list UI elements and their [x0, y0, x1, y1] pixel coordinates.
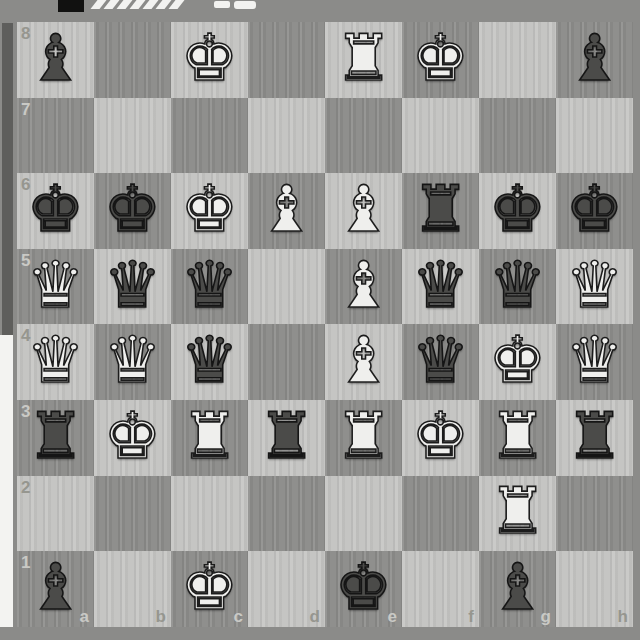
- square-g3[interactable]: ♜: [479, 400, 556, 476]
- square-d5[interactable]: [248, 249, 325, 325]
- square-f3[interactable]: ♚: [402, 400, 479, 476]
- square-a7[interactable]: 7: [17, 98, 94, 174]
- square-c3[interactable]: ♜: [171, 400, 248, 476]
- piece-white-queen[interactable]: ♛: [104, 328, 161, 392]
- square-c4[interactable]: ♛: [171, 324, 248, 400]
- square-f5[interactable]: ♛: [402, 249, 479, 325]
- square-g6[interactable]: ♚: [479, 173, 556, 249]
- square-d4[interactable]: [248, 324, 325, 400]
- piece-black-queen[interactable]: ♛: [181, 328, 238, 392]
- square-e3[interactable]: ♜: [325, 400, 402, 476]
- chess-app-screenshot: 8♝♚♜♚♝76♚♚♚♝♝♜♚♚5♛♛♛♝♛♛♛4♛♛♛♝♛♚♛3♜♚♜♜♜♚♜…: [0, 0, 640, 640]
- square-a3[interactable]: 3♜: [17, 400, 94, 476]
- piece-white-king[interactable]: ♚: [412, 26, 469, 90]
- square-b1[interactable]: b: [94, 551, 171, 627]
- cropped-toolbar-dash: [234, 1, 256, 9]
- square-f6[interactable]: ♜: [402, 173, 479, 249]
- piece-white-rook[interactable]: ♜: [335, 404, 392, 468]
- piece-black-rook[interactable]: ♜: [27, 404, 84, 468]
- square-b6[interactable]: ♚: [94, 173, 171, 249]
- piece-white-king[interactable]: ♚: [181, 26, 238, 90]
- piece-white-rook[interactable]: ♜: [335, 26, 392, 90]
- square-f1[interactable]: f: [402, 551, 479, 627]
- piece-white-queen[interactable]: ♛: [566, 253, 623, 317]
- rank-label: 2: [21, 479, 30, 496]
- piece-black-bishop[interactable]: ♝: [27, 26, 84, 90]
- piece-white-king[interactable]: ♚: [104, 404, 161, 468]
- piece-black-king[interactable]: ♚: [335, 555, 392, 619]
- piece-white-queen[interactable]: ♛: [27, 253, 84, 317]
- file-label: f: [468, 608, 474, 625]
- piece-black-bishop[interactable]: ♝: [489, 555, 546, 619]
- square-a6[interactable]: 6♚: [17, 173, 94, 249]
- square-f2[interactable]: [402, 476, 479, 552]
- cropped-toolbar-block: [58, 0, 84, 12]
- square-g8[interactable]: [479, 22, 556, 98]
- square-h7[interactable]: [556, 98, 633, 174]
- square-e1[interactable]: e♚: [325, 551, 402, 627]
- piece-white-queen[interactable]: ♛: [27, 328, 84, 392]
- file-label: b: [156, 608, 166, 625]
- piece-black-king[interactable]: ♚: [27, 177, 84, 241]
- square-d2[interactable]: [248, 476, 325, 552]
- square-c7[interactable]: [171, 98, 248, 174]
- square-e5[interactable]: ♝: [325, 249, 402, 325]
- square-h2[interactable]: [556, 476, 633, 552]
- square-c5[interactable]: ♛: [171, 249, 248, 325]
- piece-black-queen[interactable]: ♛: [489, 253, 546, 317]
- piece-white-bishop[interactable]: ♝: [258, 177, 315, 241]
- square-h8[interactable]: ♝: [556, 22, 633, 98]
- piece-black-rook[interactable]: ♜: [258, 404, 315, 468]
- piece-white-king[interactable]: ♚: [181, 177, 238, 241]
- square-a5[interactable]: 5♛: [17, 249, 94, 325]
- square-b7[interactable]: [94, 98, 171, 174]
- square-d6[interactable]: ♝: [248, 173, 325, 249]
- square-f4[interactable]: ♛: [402, 324, 479, 400]
- square-a1[interactable]: 1a♝: [17, 551, 94, 627]
- piece-black-rook[interactable]: ♜: [412, 177, 469, 241]
- square-d7[interactable]: [248, 98, 325, 174]
- cropped-toolbar-stripes: [94, 0, 194, 9]
- square-d8[interactable]: [248, 22, 325, 98]
- square-c1[interactable]: c♚: [171, 551, 248, 627]
- square-f8[interactable]: ♚: [402, 22, 479, 98]
- piece-white-king[interactable]: ♚: [489, 328, 546, 392]
- piece-white-king[interactable]: ♚: [412, 404, 469, 468]
- square-b3[interactable]: ♚: [94, 400, 171, 476]
- piece-white-king[interactable]: ♚: [181, 555, 238, 619]
- left-edge-white-strip: [0, 335, 13, 627]
- piece-black-king[interactable]: ♚: [489, 177, 546, 241]
- piece-black-bishop[interactable]: ♝: [27, 555, 84, 619]
- square-h1[interactable]: h: [556, 551, 633, 627]
- square-c2[interactable]: [171, 476, 248, 552]
- piece-white-bishop[interactable]: ♝: [335, 328, 392, 392]
- square-g2[interactable]: ♜: [479, 476, 556, 552]
- piece-white-bishop[interactable]: ♝: [335, 177, 392, 241]
- piece-black-bishop[interactable]: ♝: [566, 26, 623, 90]
- square-h4[interactable]: ♛: [556, 324, 633, 400]
- square-e4[interactable]: ♝: [325, 324, 402, 400]
- piece-black-king[interactable]: ♚: [104, 177, 161, 241]
- piece-black-queen[interactable]: ♛: [412, 253, 469, 317]
- square-e8[interactable]: ♜: [325, 22, 402, 98]
- piece-white-rook[interactable]: ♜: [489, 404, 546, 468]
- square-g4[interactable]: ♚: [479, 324, 556, 400]
- square-c6[interactable]: ♚: [171, 173, 248, 249]
- square-h6[interactable]: ♚: [556, 173, 633, 249]
- square-b5[interactable]: ♛: [94, 249, 171, 325]
- file-label: h: [618, 608, 628, 625]
- piece-black-queen[interactable]: ♛: [412, 328, 469, 392]
- square-b2[interactable]: [94, 476, 171, 552]
- piece-black-queen[interactable]: ♛: [104, 253, 161, 317]
- cropped-toolbar-dash: [214, 1, 230, 8]
- square-a2[interactable]: 2: [17, 476, 94, 552]
- square-e2[interactable]: [325, 476, 402, 552]
- piece-black-queen[interactable]: ♛: [181, 253, 238, 317]
- left-edge-dark-strip: [2, 23, 13, 335]
- square-c8[interactable]: ♚: [171, 22, 248, 98]
- square-a8[interactable]: 8♝: [17, 22, 94, 98]
- piece-white-queen[interactable]: ♛: [566, 328, 623, 392]
- square-e7[interactable]: [325, 98, 402, 174]
- piece-white-rook[interactable]: ♜: [181, 404, 238, 468]
- square-g7[interactable]: [479, 98, 556, 174]
- square-a4[interactable]: 4♛: [17, 324, 94, 400]
- square-e6[interactable]: ♝: [325, 173, 402, 249]
- square-h3[interactable]: ♜: [556, 400, 633, 476]
- piece-white-bishop[interactable]: ♝: [335, 253, 392, 317]
- chess-board[interactable]: 8♝♚♜♚♝76♚♚♚♝♝♜♚♚5♛♛♛♝♛♛♛4♛♛♛♝♛♚♛3♜♚♜♜♜♚♜…: [17, 22, 633, 627]
- file-label: d: [310, 608, 320, 625]
- square-g5[interactable]: ♛: [479, 249, 556, 325]
- square-d1[interactable]: d: [248, 551, 325, 627]
- square-g1[interactable]: g♝: [479, 551, 556, 627]
- square-h5[interactable]: ♛: [556, 249, 633, 325]
- square-d3[interactable]: ♜: [248, 400, 325, 476]
- square-f7[interactable]: [402, 98, 479, 174]
- piece-black-rook[interactable]: ♜: [566, 404, 623, 468]
- rank-label: 7: [21, 101, 30, 118]
- square-b4[interactable]: ♛: [94, 324, 171, 400]
- piece-black-king[interactable]: ♚: [566, 177, 623, 241]
- piece-white-rook[interactable]: ♜: [489, 479, 546, 543]
- square-b8[interactable]: [94, 22, 171, 98]
